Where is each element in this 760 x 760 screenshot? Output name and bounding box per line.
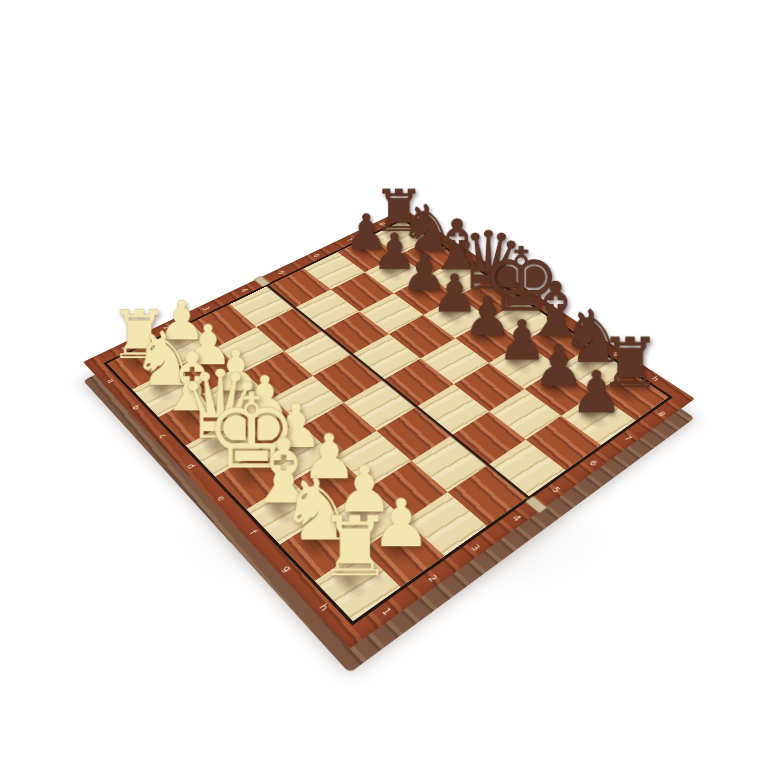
piece-black-pawn: ♟: [550, 366, 643, 420]
squares-grid: ♜♞♝♛♚♝♞♜♟♟♟♟♟♟♟♟♟♟♟♟♟♟♟♟♜♞♝♛♚♝♞♜: [107, 221, 668, 621]
square: [488, 440, 565, 497]
scene-viewport: abcdefgh abcdefgh 87654321 87654321 ♜♞♝♛…: [0, 0, 760, 760]
square: ♜: [315, 550, 400, 621]
piece-white-rook: ♜: [301, 510, 410, 586]
backdrop: abcdefgh abcdefgh 87654321 87654321 ♜♞♝♛…: [0, 0, 760, 760]
page: { "game": "chess", "scene": { "descripti…: [0, 0, 760, 760]
board-frame: abcdefgh abcdefgh 87654321 87654321 ♜♞♝♛…: [83, 209, 695, 649]
playing-area: ♜♞♝♛♚♝♞♜♟♟♟♟♟♟♟♟♟♟♟♟♟♟♟♟♜♞♝♛♚♝♞♜: [103, 219, 672, 626]
chess-board: abcdefgh abcdefgh 87654321 87654321 ♜♞♝♛…: [83, 209, 695, 649]
